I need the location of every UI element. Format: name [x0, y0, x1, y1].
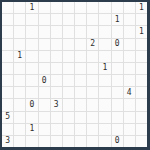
cell-r3c7[interactable] — [75, 26, 86, 37]
cell-r1c1[interactable] — [2, 2, 13, 13]
cell-r2c4[interactable] — [39, 14, 50, 25]
cell-r1c10[interactable] — [112, 2, 123, 13]
cell-r2c3[interactable] — [26, 14, 37, 25]
cell-r8c9[interactable] — [99, 87, 110, 98]
puzzle-board: 1111201104035130 — [0, 0, 150, 150]
cell-r4c2[interactable] — [14, 39, 25, 50]
cell-r7c12[interactable] — [136, 75, 147, 86]
cell-r3c9[interactable] — [99, 26, 110, 37]
cell-r3c12-clue: 1 — [136, 26, 147, 37]
cell-r1c8[interactable] — [87, 2, 98, 13]
puzzle-grid: 1111201104035130 — [2, 2, 147, 147]
cell-r7c2[interactable] — [14, 75, 25, 86]
cell-r9c2[interactable] — [14, 99, 25, 110]
cell-r2c12[interactable] — [136, 14, 147, 25]
cell-r10c3[interactable] — [26, 112, 37, 123]
cell-r1c9[interactable] — [99, 2, 110, 13]
cell-r5c12[interactable] — [136, 51, 147, 62]
cell-r3c10[interactable] — [112, 26, 123, 37]
cell-r1c6[interactable] — [63, 2, 74, 13]
cell-r2c9[interactable] — [99, 14, 110, 25]
cell-r5c5[interactable] — [51, 51, 62, 62]
cell-r6c10[interactable] — [112, 63, 123, 74]
cell-r11c4[interactable] — [39, 124, 50, 135]
cell-r9c6[interactable] — [63, 99, 74, 110]
cell-r3c11[interactable] — [124, 26, 135, 37]
cell-r6c8[interactable] — [87, 63, 98, 74]
cell-r11c2[interactable] — [14, 124, 25, 135]
cell-r1c11[interactable] — [124, 2, 135, 13]
cell-r9c12[interactable] — [136, 99, 147, 110]
cell-r10c10[interactable] — [112, 112, 123, 123]
cell-r2c7[interactable] — [75, 14, 86, 25]
cell-r10c9[interactable] — [99, 112, 110, 123]
cell-r12c8[interactable] — [87, 136, 98, 147]
cell-r5c8[interactable] — [87, 51, 98, 62]
cell-r8c11-clue: 4 — [124, 87, 135, 98]
cell-r5c7[interactable] — [75, 51, 86, 62]
cell-r12c10-clue: 0 — [112, 136, 123, 147]
cell-r7c3[interactable] — [26, 75, 37, 86]
cell-r7c11[interactable] — [124, 75, 135, 86]
cell-r12c11[interactable] — [124, 136, 135, 147]
cell-r6c2[interactable] — [14, 63, 25, 74]
cell-r8c12[interactable] — [136, 87, 147, 98]
cell-r7c10[interactable] — [112, 75, 123, 86]
cell-r12c4[interactable] — [39, 136, 50, 147]
cell-r7c1[interactable] — [2, 75, 13, 86]
cell-r3c8[interactable] — [87, 26, 98, 37]
cell-r1c5[interactable] — [51, 2, 62, 13]
cell-r8c1[interactable] — [2, 87, 13, 98]
cell-r11c11[interactable] — [124, 124, 135, 135]
cell-r9c7[interactable] — [75, 99, 86, 110]
cell-r9c10[interactable] — [112, 99, 123, 110]
cell-r9c1[interactable] — [2, 99, 13, 110]
cell-r11c10[interactable] — [112, 124, 123, 135]
cell-r10c1-clue: 5 — [2, 112, 13, 123]
cell-r3c5[interactable] — [51, 26, 62, 37]
cell-r11c12[interactable] — [136, 124, 147, 135]
cell-r8c2[interactable] — [14, 87, 25, 98]
cell-r10c12[interactable] — [136, 112, 147, 123]
cell-r11c3-clue: 1 — [26, 124, 37, 135]
cell-r2c8[interactable] — [87, 14, 98, 25]
cell-r2c2[interactable] — [14, 14, 25, 25]
cell-r4c5[interactable] — [51, 39, 62, 50]
cell-r11c8[interactable] — [87, 124, 98, 135]
cell-r7c4-clue: 0 — [39, 75, 50, 86]
cell-r8c10[interactable] — [112, 87, 123, 98]
cell-r3c6[interactable] — [63, 26, 74, 37]
cell-r5c11[interactable] — [124, 51, 135, 62]
cell-r11c7[interactable] — [75, 124, 86, 135]
cell-r4c12[interactable] — [136, 39, 147, 50]
cell-r9c4[interactable] — [39, 99, 50, 110]
cell-r8c6[interactable] — [63, 87, 74, 98]
cell-r4c7[interactable] — [75, 39, 86, 50]
cell-r4c3[interactable] — [26, 39, 37, 50]
cell-r11c5[interactable] — [51, 124, 62, 135]
cell-r10c2[interactable] — [14, 112, 25, 123]
cell-r5c3[interactable] — [26, 51, 37, 62]
cell-r6c5[interactable] — [51, 63, 62, 74]
cell-r9c5-clue: 3 — [51, 99, 62, 110]
cell-r6c4[interactable] — [39, 63, 50, 74]
cell-r4c6[interactable] — [63, 39, 74, 50]
cell-r5c6[interactable] — [63, 51, 74, 62]
cell-r12c1-clue: 3 — [2, 136, 13, 147]
cell-r1c12-clue: 1 — [136, 2, 147, 13]
cell-r8c7[interactable] — [75, 87, 86, 98]
cell-r7c8[interactable] — [87, 75, 98, 86]
cell-r3c4[interactable] — [39, 26, 50, 37]
cell-r4c9[interactable] — [99, 39, 110, 50]
cell-r10c5[interactable] — [51, 112, 62, 123]
cell-r6c7[interactable] — [75, 63, 86, 74]
cell-r9c8[interactable] — [87, 99, 98, 110]
cell-r3c3[interactable] — [26, 26, 37, 37]
cell-r12c7[interactable] — [75, 136, 86, 147]
cell-r6c1[interactable] — [2, 63, 13, 74]
cell-r6c9-clue: 1 — [99, 63, 110, 74]
cell-r2c11[interactable] — [124, 14, 135, 25]
cell-r4c4[interactable] — [39, 39, 50, 50]
cell-r9c9[interactable] — [99, 99, 110, 110]
cell-r6c11[interactable] — [124, 63, 135, 74]
cell-r1c3-clue: 1 — [26, 2, 37, 13]
cell-r12c12[interactable] — [136, 136, 147, 147]
cell-r12c6[interactable] — [63, 136, 74, 147]
cell-r8c4[interactable] — [39, 87, 50, 98]
cell-r4c10-clue: 0 — [112, 39, 123, 50]
cell-r10c6[interactable] — [63, 112, 74, 123]
cell-r2c6[interactable] — [63, 14, 74, 25]
cell-r10c8[interactable] — [87, 112, 98, 123]
cell-r5c10[interactable] — [112, 51, 123, 62]
cell-r1c7[interactable] — [75, 2, 86, 13]
cell-r9c11[interactable] — [124, 99, 135, 110]
cell-r11c1[interactable] — [2, 124, 13, 135]
cell-r9c3-clue: 0 — [26, 99, 37, 110]
cell-r3c1[interactable] — [2, 26, 13, 37]
cell-r6c6[interactable] — [63, 63, 74, 74]
cell-r1c4[interactable] — [39, 2, 50, 13]
cell-r7c6[interactable] — [63, 75, 74, 86]
cell-r4c8-clue: 2 — [87, 39, 98, 50]
cell-r7c7[interactable] — [75, 75, 86, 86]
cell-r12c3[interactable] — [26, 136, 37, 147]
cell-r2c1[interactable] — [2, 14, 13, 25]
cell-r7c5[interactable] — [51, 75, 62, 86]
cell-r1c2[interactable] — [14, 2, 25, 13]
cell-r2c5[interactable] — [51, 14, 62, 25]
cell-r11c6[interactable] — [63, 124, 74, 135]
cell-r8c8[interactable] — [87, 87, 98, 98]
cell-r10c7[interactable] — [75, 112, 86, 123]
cell-r8c5[interactable] — [51, 87, 62, 98]
cell-r4c11[interactable] — [124, 39, 135, 50]
cell-r2c10-clue: 1 — [112, 14, 123, 25]
cell-r5c1[interactable] — [2, 51, 13, 62]
cell-r12c9[interactable] — [99, 136, 110, 147]
cell-r10c11[interactable] — [124, 112, 135, 123]
cell-r6c12[interactable] — [136, 63, 147, 74]
cell-r6c3[interactable] — [26, 63, 37, 74]
cell-r5c9[interactable] — [99, 51, 110, 62]
cell-r3c2[interactable] — [14, 26, 25, 37]
cell-r10c4[interactable] — [39, 112, 50, 123]
cell-r12c2[interactable] — [14, 136, 25, 147]
cell-r4c1[interactable] — [2, 39, 13, 50]
cell-r7c9[interactable] — [99, 75, 110, 86]
cell-r11c9[interactable] — [99, 124, 110, 135]
cell-r12c5[interactable] — [51, 136, 62, 147]
cell-r8c3[interactable] — [26, 87, 37, 98]
cell-r5c4[interactable] — [39, 51, 50, 62]
cell-r5c2-clue: 1 — [14, 51, 25, 62]
